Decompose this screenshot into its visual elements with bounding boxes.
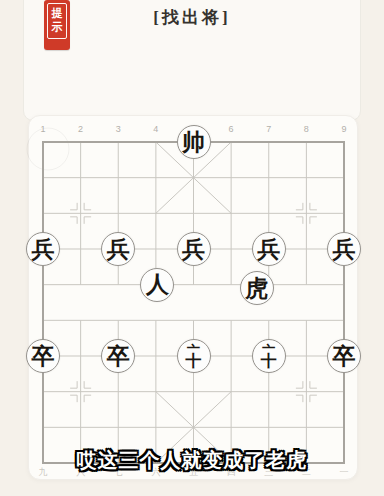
- page-title: [找出将]: [0, 6, 384, 29]
- piece-bing-file5[interactable]: 兵: [177, 232, 211, 266]
- piece-hu-loose[interactable]: 虎: [240, 271, 274, 305]
- piece-part-bottom: 十: [186, 354, 202, 367]
- piece-zu-file7-no-ren[interactable]: 亠十: [252, 339, 286, 373]
- piece-zu-file5-no-ren[interactable]: 亠十: [177, 339, 211, 373]
- caption-text: 哎这三个人就变成了老虎: [0, 447, 384, 474]
- piece-zu-file3[interactable]: 卒: [101, 339, 135, 373]
- piece-ren-loose[interactable]: 人: [140, 268, 174, 302]
- piece-bing-file7[interactable]: 兵: [252, 232, 286, 266]
- puzzle-screen: 提 示 [找出将] 123456789九八七六五四三二一 帅兵兵兵兵兵人虎卒卒亠…: [0, 0, 384, 496]
- piece-part-bottom: 十: [261, 354, 277, 367]
- xiangqi-board: 123456789九八七六五四三二一 帅兵兵兵兵兵人虎卒卒亠十亠十卒: [28, 115, 358, 480]
- pieces-layer: 帅兵兵兵兵兵人虎卒卒亠十亠十卒: [29, 116, 357, 479]
- piece-bing-file9[interactable]: 兵: [327, 232, 361, 266]
- piece-bing-file3[interactable]: 兵: [101, 232, 135, 266]
- piece-bing-file1[interactable]: 兵: [26, 232, 60, 266]
- piece-shuai[interactable]: 帅: [177, 125, 211, 159]
- piece-zu-file1[interactable]: 卒: [26, 339, 60, 373]
- piece-zu-file9[interactable]: 卒: [327, 339, 361, 373]
